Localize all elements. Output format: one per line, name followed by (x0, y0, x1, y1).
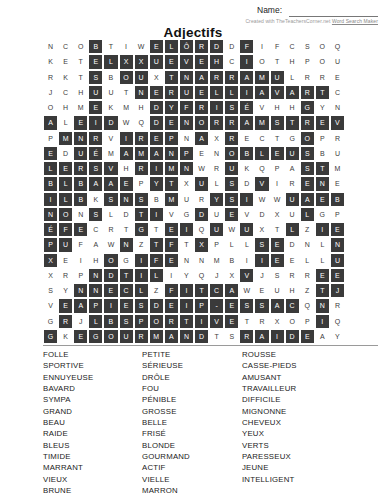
grid-cell-r11c15: W (254, 192, 269, 207)
grid-cell-r14c20: N (330, 237, 345, 252)
grid-cell-r8c3: U (73, 146, 88, 161)
grid-cell-r16c18: R (300, 268, 315, 283)
grid-cell-r1c19: O (315, 39, 330, 54)
grid-cell-r5c8: D (149, 100, 164, 115)
grid-cell-r14c18: N (300, 237, 315, 252)
grid-cell-r7c16: T (270, 131, 285, 146)
grid-cell-r5c17: H (285, 100, 300, 115)
grid-cell-r17c13: A (224, 283, 239, 298)
grid-cell-r13c1: É (43, 222, 58, 237)
grid-cell-r4c14: I (239, 85, 254, 100)
grid-wordlist-divider (43, 345, 378, 346)
grid-cell-r17c1: S (43, 283, 58, 298)
word-list-item: GOURMAND (142, 451, 190, 462)
grid-cell-r20c11: D (194, 329, 209, 344)
grid-cell-r13c19: I (315, 222, 330, 237)
grid-cell-r1c2: C (58, 39, 73, 54)
grid-cell-r5c15: V (254, 100, 269, 115)
grid-cell-r9c1: L (43, 161, 58, 176)
grid-cell-r19c14: T (239, 314, 254, 329)
grid-cell-r10c16: I (270, 176, 285, 191)
grid-cell-r6c20: V (330, 115, 345, 130)
grid-cell-r4c9: R (164, 85, 179, 100)
word-list-item: CHEVEUX (242, 417, 297, 428)
grid-cell-r12c17: U (285, 207, 300, 222)
grid-cell-r6c7: Q (134, 115, 149, 130)
grid-cell-r17c5: E (103, 283, 118, 298)
grid-cell-r7c7: R (134, 131, 149, 146)
credit-prefix: Created with TheTeachersCorner.net (245, 18, 332, 24)
grid-cell-r17c15: E (254, 283, 269, 298)
grid-cell-r1c11: R (194, 39, 209, 54)
grid-cell-r9c4: S (88, 161, 103, 176)
grid-cell-r10c7: P (134, 176, 149, 191)
grid-cell-r15c12: M (209, 253, 224, 268)
grid-cell-r6c8: D (149, 115, 164, 130)
grid-cell-r3c4: S (88, 70, 103, 85)
grid-cell-r20c13: S (224, 329, 239, 344)
word-list-item: FOLLE (43, 349, 93, 360)
grid-cell-r8c2: D (58, 146, 73, 161)
grid-cell-r2c6: X (119, 54, 134, 69)
grid-cell-r11c6: N (119, 192, 134, 207)
grid-cell-r20c17: D (285, 329, 300, 344)
word-list-item: SPORTIVE (43, 360, 93, 371)
grid-cell-r15c8: F (149, 253, 164, 268)
grid-cell-r16c1: X (43, 268, 58, 283)
grid-cell-r2c8: U (149, 54, 164, 69)
grid-cell-r4c3: H (73, 85, 88, 100)
grid-cell-r7c8: E (149, 131, 164, 146)
grid-cell-r7c19: P (315, 131, 330, 146)
grid-cell-r10c5: A (103, 176, 118, 191)
grid-cell-r12c15: D (254, 207, 269, 222)
grid-cell-r1c3: O (73, 39, 88, 54)
grid-cell-r15c19: L (315, 253, 330, 268)
grid-cell-r18c8: D (149, 298, 164, 313)
grid-cell-r8c8: A (149, 146, 164, 161)
grid-cell-r19c17: O (285, 314, 300, 329)
grid-cell-r13c4: C (88, 222, 103, 237)
grid-cell-r13c20: E (330, 222, 345, 237)
grid-cell-r4c6: T (119, 85, 134, 100)
grid-cell-r16c12: J (209, 268, 224, 283)
grid-cell-r19c16: X (270, 314, 285, 329)
grid-cell-r5c2: H (58, 100, 73, 115)
grid-cell-r13c2: F (58, 222, 73, 237)
grid-cell-r14c11: X (194, 237, 209, 252)
grid-cell-r20c18: E (300, 329, 315, 344)
word-list-item: VIELLE (142, 474, 190, 485)
grid-cell-r18c4: P (88, 298, 103, 313)
grid-cell-r19c9: R (164, 314, 179, 329)
grid-cell-r10c8: Y (149, 176, 164, 191)
word-list-item: CASSE-PIEDS (242, 360, 297, 371)
grid-cell-r7c5: V (103, 131, 118, 146)
grid-cell-r19c8: O (149, 314, 164, 329)
grid-cell-r6c11: O (194, 115, 209, 130)
grid-cell-r1c16: F (270, 39, 285, 54)
grid-cell-r16c7: I (134, 268, 149, 283)
grid-cell-r15c2: E (58, 253, 73, 268)
word-list-item: MARRANT (43, 462, 93, 473)
grid-cell-r4c13: L (224, 85, 239, 100)
grid-cell-r17c19: T (315, 283, 330, 298)
grid-cell-r19c1: G (43, 314, 58, 329)
grid-cell-r5c19: Y (315, 100, 330, 115)
word-list-item: ENNUYEUSE (43, 372, 93, 383)
grid-cell-r5c16: H (270, 100, 285, 115)
grid-cell-r9c11: W (194, 161, 209, 176)
grid-cell-r1c13: D (224, 39, 239, 54)
grid-cell-r15c1: X (43, 253, 58, 268)
grid-cell-r4c4: U (88, 85, 103, 100)
grid-cell-r16c6: T (119, 268, 134, 283)
grid-cell-r15c15: I (254, 253, 269, 268)
grid-cell-r16c5: D (103, 268, 118, 283)
word-search-maker-link[interactable]: Word Search Maker (332, 18, 378, 24)
grid-cell-r5c18: G (300, 100, 315, 115)
grid-cell-r18c6: E (119, 298, 134, 313)
grid-cell-r6c4: I (88, 115, 103, 130)
grid-cell-r5c1: O (43, 100, 58, 115)
word-list-item: BAVARD (43, 383, 93, 394)
word-list-item: RAIDE (43, 428, 93, 439)
grid-cell-r12c8: I (149, 207, 164, 222)
word-list-item: PÉNIBLE (142, 394, 190, 405)
grid-cell-r1c15: I (254, 39, 269, 54)
grid-cell-r4c5: U (103, 85, 118, 100)
grid-cell-r17c10: I (179, 283, 194, 298)
grid-cell-r7c10: N (179, 131, 194, 146)
grid-cell-r18c12: - (209, 298, 224, 313)
grid-cell-r8c7: M (134, 146, 149, 161)
word-list-item: YEUX (242, 428, 297, 439)
grid-cell-r15c14: I (239, 253, 254, 268)
grid-cell-r1c20: Q (330, 39, 345, 54)
grid-cell-r3c2: K (58, 70, 73, 85)
grid-cell-r5c14: É (239, 100, 254, 115)
grid-cell-r19c13: E (224, 314, 239, 329)
grid-cell-r14c15: S (254, 237, 269, 252)
grid-cell-r2c9: E (164, 54, 179, 69)
name-field-line (289, 16, 378, 17)
grid-cell-r6c14: A (239, 115, 254, 130)
grid-cell-r5c12: I (209, 100, 224, 115)
word-list-item: BLEUS (43, 440, 93, 451)
grid-cell-r11c5: S (103, 192, 118, 207)
grid-cell-r19c2: R (58, 314, 73, 329)
grid-cell-r14c3: F (73, 237, 88, 252)
grid-cell-r5c11: R (194, 100, 209, 115)
grid-cell-r5c7: H (134, 100, 149, 115)
grid-cell-r10c4: A (88, 176, 103, 191)
word-list-item: FRISÉ (142, 428, 190, 439)
grid-cell-r14c7: Z (134, 237, 149, 252)
grid-cell-r15c7: I (134, 253, 149, 268)
grid-cell-r4c18: R (300, 85, 315, 100)
grid-cell-r14c2: U (58, 237, 73, 252)
grid-cell-r17c7: L (134, 283, 149, 298)
grid-cell-r15c16: E (270, 253, 285, 268)
grid-cell-r4c15: A (254, 85, 269, 100)
word-list-item: ACTIF (142, 462, 190, 473)
grid-cell-r16c17: R (285, 268, 300, 283)
grid-cell-r11c1: I (43, 192, 58, 207)
grid-cell-r15c6: G (119, 253, 134, 268)
grid-cell-r2c13: C (224, 54, 239, 69)
grid-cell-r9c19: T (315, 161, 330, 176)
grid-cell-r20c15: A (254, 329, 269, 344)
grid-cell-r13c11: Q (194, 222, 209, 237)
grid-cell-r8c17: U (285, 146, 300, 161)
grid-cell-r2c5: L (103, 54, 118, 69)
grid-cell-r6c12: R (209, 115, 224, 130)
grid-cell-r18c9: E (164, 298, 179, 313)
grid-cell-r1c5: T (103, 39, 118, 54)
grid-cell-r20c1: G (43, 329, 58, 344)
grid-cell-r8c19: B (315, 146, 330, 161)
grid-cell-r18c20: R (330, 298, 345, 313)
grid-cell-r8c1: E (43, 146, 58, 161)
grid-cell-r12c10: G (179, 207, 194, 222)
grid-cell-r17c4: N (88, 283, 103, 298)
grid-cell-r10c17: R (285, 176, 300, 191)
grid-cell-r10c15: V (254, 176, 269, 191)
grid-cell-r17c9: F (164, 283, 179, 298)
grid-cell-r3c3: T (73, 70, 88, 85)
word-list-item: PETITE (142, 349, 190, 360)
word-list-item: JEUNE (242, 462, 297, 473)
grid-cell-r8c14: B (239, 146, 254, 161)
grid-cell-r3c11: A (194, 70, 209, 85)
grid-cell-r20c12: T (209, 329, 224, 344)
grid-cell-r4c19: T (315, 85, 330, 100)
grid-cell-r2c14: I (239, 54, 254, 69)
word-list-item: BEAU (43, 417, 93, 428)
grid-cell-r12c5: L (103, 207, 118, 222)
grid-cell-r2c7: X (134, 54, 149, 69)
grid-cell-r3c19: R (315, 70, 330, 85)
grid-cell-r14c8: T (149, 237, 164, 252)
grid-cell-r16c4: N (88, 268, 103, 283)
word-list-item: VERTS (242, 440, 297, 451)
grid-cell-r2c16: T (270, 54, 285, 69)
grid-cell-r3c14: A (239, 70, 254, 85)
grid-cell-r8c18: S (300, 146, 315, 161)
grid-cell-r10c20: E (330, 176, 345, 191)
grid-cell-r19c15: R (254, 314, 269, 329)
grid-cell-r19c5: B (103, 314, 118, 329)
grid-cell-r13c15: X (254, 222, 269, 237)
word-list-item: SYMPA (43, 394, 93, 405)
grid-cell-r11c20: B (330, 192, 345, 207)
grid-cell-r11c9: M (164, 192, 179, 207)
grid-cell-r7c11: A (194, 131, 209, 146)
grid-cell-r15c9: E (164, 253, 179, 268)
grid-cell-r19c4: L (88, 314, 103, 329)
grid-cell-r6c6: W (119, 115, 134, 130)
grid-cell-r19c6: S (119, 314, 134, 329)
grid-cell-r14c4: A (88, 237, 103, 252)
grid-cell-r5c4: E (88, 100, 103, 115)
grid-cell-r12c3: N (73, 207, 88, 222)
word-list-item: DIFFICILE (242, 394, 297, 405)
grid-cell-r12c6: D (119, 207, 134, 222)
grid-cell-r7c12: X (209, 131, 224, 146)
grid-cell-r18c2: E (58, 298, 73, 313)
word-list-col-1: FOLLESPORTIVEENNUYEUSEBAVARDSYMPAGRANDBE… (43, 349, 93, 496)
grid-cell-r19c12: V (209, 314, 224, 329)
grid-cell-r20c16: I (270, 329, 285, 344)
grid-cell-r13c12: U (209, 222, 224, 237)
grid-cell-r5c6: M (119, 100, 134, 115)
grid-cell-r1c14: F (239, 39, 254, 54)
grid-cell-r17c18: Z (300, 283, 315, 298)
grid-cell-r8c10: P (179, 146, 194, 161)
grid-cell-r7c9: P (164, 131, 179, 146)
grid-cell-r8c13: O (224, 146, 239, 161)
grid-cell-r5c10: F (179, 100, 194, 115)
grid-cell-r6c5: D (103, 115, 118, 130)
grid-cell-r10c2: L (58, 176, 73, 191)
grid-cell-r5c9: Y (164, 100, 179, 115)
grid-cell-r6c19: E (315, 115, 330, 130)
grid-cell-r18c17: C (285, 298, 300, 313)
grid-cell-r11c18: A (300, 192, 315, 207)
grid-cell-r12c14: V (239, 207, 254, 222)
grid-cell-r10c19: N (315, 176, 330, 191)
credit-line: Created with TheTeachersCorner.net Word … (245, 18, 378, 24)
grid-cell-r11c8: B (149, 192, 164, 207)
grid-cell-r20c10: N (179, 329, 194, 344)
grid-cell-r14c16: E (270, 237, 285, 252)
grid-cell-r13c14: U (239, 222, 254, 237)
grid-cell-r3c10: N (179, 70, 194, 85)
grid-cell-r4c12: L (209, 85, 224, 100)
grid-cell-r17c16: U (270, 283, 285, 298)
grid-cell-r9c16: P (270, 161, 285, 176)
grid-cell-r9c14: K (239, 161, 254, 176)
grid-cell-r12c19: G (315, 207, 330, 222)
grid-cell-r11c7: S (134, 192, 149, 207)
word-list-item: VIEUX (43, 474, 93, 485)
grid-cell-r19c18: P (300, 314, 315, 329)
grid-cell-r20c9: A (164, 329, 179, 344)
grid-cell-r9c2: E (58, 161, 73, 176)
grid-cell-r17c2: Y (58, 283, 73, 298)
grid-cell-r10c14: D (239, 176, 254, 191)
grid-cell-r16c20: E (330, 268, 345, 283)
grid-cell-r1c10: Ô (179, 39, 194, 54)
grid-cell-r6c3: E (73, 115, 88, 130)
grid-cell-r9c9: M (164, 161, 179, 176)
grid-cell-r9c20: M (330, 161, 345, 176)
grid-cell-r7c13: R (224, 131, 239, 146)
grid-cell-r7c17: G (285, 131, 300, 146)
grid-cell-r13c3: E (73, 222, 88, 237)
grid-cell-r14c5: W (103, 237, 118, 252)
word-search-grid: NCOBTIWELÔRDDFIFCSOQKETELXXUEVEHCIOTHPOU… (43, 39, 345, 344)
grid-cell-r12c13: E (224, 207, 239, 222)
grid-cell-r18c5: I (103, 298, 118, 313)
word-list-item: BELLE (142, 417, 190, 428)
word-list-item: GRAND (43, 406, 93, 417)
grid-cell-r8c5: M (103, 146, 118, 161)
word-list-item: SÉRIEUSE (142, 360, 190, 371)
grid-cell-r15c13: B (224, 253, 239, 268)
grid-cell-r9c6: H (119, 161, 134, 176)
grid-cell-r10c12: L (209, 176, 224, 191)
name-label: Name: (257, 5, 282, 15)
grid-cell-r20c5: O (103, 329, 118, 344)
grid-cell-r6c9: E (164, 115, 179, 130)
word-list-item: TIMIDE (43, 451, 93, 462)
grid-cell-r20c7: R (134, 329, 149, 344)
word-list-col-3: ROUSSECASSE-PIEDSAMUSANTTRAVAILLEURDIFFI… (242, 349, 297, 485)
grid-cell-r15c20: U (330, 253, 345, 268)
grid-cell-r14c9: F (164, 237, 179, 252)
grid-cell-r1c8: E (149, 39, 164, 54)
grid-cell-r2c11: E (194, 54, 209, 69)
grid-cell-r2c18: P (300, 54, 315, 69)
grid-cell-r10c6: E (119, 176, 134, 191)
grid-cell-r8c6: A (119, 146, 134, 161)
grid-cell-r15c3: I (73, 253, 88, 268)
grid-cell-r8c16: E (270, 146, 285, 161)
grid-cell-r3c16: U (270, 70, 285, 85)
grid-cell-r10c3: B (73, 176, 88, 191)
grid-cell-r9c7: R (134, 161, 149, 176)
grid-cell-r4c10: U (179, 85, 194, 100)
word-list-item: MIGNONNE (242, 406, 297, 417)
grid-cell-r10c1: B (43, 176, 58, 191)
grid-cell-r18c16: A (270, 298, 285, 313)
grid-cell-r19c19: I (315, 314, 330, 329)
word-list-item: FOU (142, 383, 190, 394)
grid-cell-r15c4: H (88, 253, 103, 268)
grid-cell-r4c1: J (43, 85, 58, 100)
grid-cell-r8c12: N (209, 146, 224, 161)
grid-cell-r12c2: O (58, 207, 73, 222)
grid-cell-r18c14: S (239, 298, 254, 313)
grid-cell-r1c6: I (119, 39, 134, 54)
grid-cell-r1c9: L (164, 39, 179, 54)
grid-cell-r3c6: O (119, 70, 134, 85)
grid-cell-r4c17: A (285, 85, 300, 100)
grid-cell-r2c15: O (254, 54, 269, 69)
grid-cell-r5c20: N (330, 100, 345, 115)
grid-cell-r14c6: N (119, 237, 134, 252)
grid-cell-r4c20: C (330, 85, 345, 100)
grid-cell-r18c1: V (43, 298, 58, 313)
grid-cell-r13c6: T (119, 222, 134, 237)
grid-cell-r11c4: K (88, 192, 103, 207)
grid-cell-r11c14: I (239, 192, 254, 207)
grid-cell-r2c2: E (58, 54, 73, 69)
grid-cell-r3c18: R (300, 70, 315, 85)
grid-cell-r12c18: L (300, 207, 315, 222)
grid-cell-r20c19: A (315, 329, 330, 344)
grid-cell-r14c19: L (315, 237, 330, 252)
grid-cell-r2c19: O (315, 54, 330, 69)
grid-cell-r2c17: H (285, 54, 300, 69)
grid-cell-r17c14: W (239, 283, 254, 298)
grid-cell-r8c4: É (88, 146, 103, 161)
grid-cell-r7c1: P (43, 131, 58, 146)
grid-cell-r1c1: N (43, 39, 58, 54)
grid-cell-r8c20: U (330, 146, 345, 161)
